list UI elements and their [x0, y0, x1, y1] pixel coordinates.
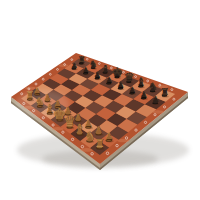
black-bishop: ♝♝ [136, 75, 146, 88]
black-pawn: ♟♟ [94, 70, 101, 80]
svg-text:♟: ♟ [71, 62, 77, 70]
black-pawn: ♟♟ [117, 80, 124, 90]
black-rook: ♜♜ [160, 86, 169, 98]
svg-text:♟: ♟ [152, 95, 159, 104]
svg-text:♜: ♜ [160, 86, 168, 97]
svg-text:♟: ♟ [105, 75, 112, 84]
black-pawn: ♟♟ [129, 85, 137, 95]
svg-text:♛: ♛ [124, 70, 134, 84]
black-knight: ♞♞ [89, 59, 98, 70]
black-king: ♚♚ [111, 65, 122, 79]
white-pawn: ♟♟ [105, 130, 114, 142]
svg-text:♞: ♞ [89, 59, 97, 69]
svg-text:♟: ♟ [105, 130, 113, 141]
black-queen: ♛♛ [124, 70, 135, 84]
svg-text:♟: ♟ [117, 80, 124, 89]
black-rook: ♜♜ [78, 54, 86, 65]
black-knight: ♞♞ [148, 81, 158, 93]
svg-text:♞: ♞ [148, 81, 157, 92]
svg-text:♜: ♜ [25, 89, 33, 100]
svg-text:♞: ♞ [84, 129, 95, 143]
svg-text:♟: ♟ [34, 86, 41, 95]
svg-text:♞: ♞ [35, 95, 45, 108]
black-pawn: ♟♟ [152, 95, 160, 105]
chess-set-photo: ♜♜♞♞♟♟♝♝♟♟♚♚♟♟♛♛♟♟♝♝♟♟♞♞♟♟♟♟♜♜♟♟♜♜♟♟♟♟♞♞… [0, 0, 200, 200]
black-pawn: ♟♟ [71, 62, 78, 71]
black-bishop: ♝♝ [101, 63, 110, 75]
black-pawn: ♟♟ [105, 75, 112, 85]
chess-board: ♜♜♞♞♟♟♝♝♟♟♚♚♟♟♛♛♟♟♝♝♟♟♞♞♟♟♟♟♜♜♟♟♜♜♟♟♟♟♞♞… [0, 0, 200, 200]
white-pawn: ♟♟ [95, 125, 104, 136]
border-marble-patch [59, 64, 68, 67]
svg-text:♟: ♟ [95, 125, 103, 135]
black-pawn: ♟♟ [140, 90, 148, 100]
svg-text:♜: ♜ [95, 137, 105, 150]
svg-text:♟: ♟ [94, 70, 101, 79]
white-rook: ♜♜ [25, 89, 34, 101]
black-pawn: ♟♟ [82, 65, 89, 75]
white-rook: ♜♜ [95, 137, 106, 150]
svg-text:♟: ♟ [82, 65, 88, 74]
svg-text:♚: ♚ [111, 65, 122, 79]
svg-text:♟: ♟ [140, 90, 147, 99]
svg-text:♜: ♜ [78, 54, 85, 64]
svg-text:♟: ♟ [129, 85, 136, 94]
svg-text:♝: ♝ [136, 75, 145, 87]
white-knight: ♞♞ [35, 95, 45, 108]
svg-text:♝: ♝ [101, 63, 110, 74]
